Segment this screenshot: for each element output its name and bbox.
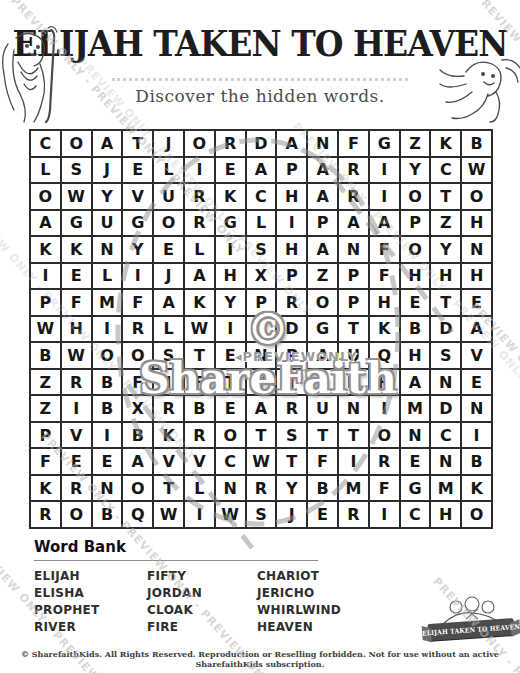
grid-cell-r7c4[interactable]: F [121, 288, 152, 315]
grid-cell-r11c4[interactable]: X [121, 394, 152, 421]
grid-cell-r6c1[interactable]: I [29, 262, 60, 289]
grid-cell-r14c10[interactable]: B [306, 474, 337, 501]
grid-cell-r11c2[interactable]: I [60, 394, 91, 421]
grid-cell-r9c4[interactable]: O [121, 341, 152, 368]
grid-cell-r4c8[interactable]: L [245, 209, 276, 236]
grid-cell-r6c5[interactable]: J [152, 262, 183, 289]
word-bank-item-elisha: ELISHA [34, 585, 100, 602]
grid-cell-r6c4[interactable]: I [121, 262, 152, 289]
grid-cell-r12c14[interactable]: C [429, 421, 460, 448]
sharefaith-lesson-badge: ELIJAH TAKEN TO HEAVEN [426, 595, 518, 653]
grid-cell-r3c5[interactable]: U [152, 182, 183, 209]
grid-cell-r15c7[interactable]: W [214, 500, 245, 527]
grid-cell-r8c9[interactable]: D [275, 315, 306, 342]
grid-cell-r14c1[interactable]: K [29, 474, 60, 501]
grid-cell-r7c10[interactable]: O [306, 288, 337, 315]
grid-cell-r15c9[interactable]: J [275, 500, 306, 527]
grid-cell-r12c13[interactable]: N [399, 421, 430, 448]
grid-cell-r15c13[interactable]: C [399, 500, 430, 527]
grid-cell-r3c12[interactable]: I [368, 182, 399, 209]
grid-cell-r8c12[interactable]: K [368, 315, 399, 342]
word-bank-item-jericho: JERICHO [257, 585, 341, 602]
grid-cell-r4c5[interactable]: O [152, 209, 183, 236]
grid-cell-r13c1[interactable]: F [29, 447, 60, 474]
grid-cell-r14c9[interactable]: Y [275, 474, 306, 501]
grid-cell-r14c15[interactable]: K [460, 474, 491, 501]
grid-cell-r1c4[interactable]: T [121, 129, 152, 156]
grid-cell-r7c5[interactable]: A [152, 288, 183, 315]
grid-cell-r6c14[interactable]: H [429, 262, 460, 289]
grid-cell-r12c1[interactable]: P [29, 421, 60, 448]
grid-cell-r10c10[interactable]: C [306, 368, 337, 395]
grid-cell-r11c13[interactable]: M [399, 394, 430, 421]
grid-cell-r9c1[interactable]: B [29, 341, 60, 368]
grid-cell-r1c15[interactable]: B [460, 129, 491, 156]
grid-cell-r14c5[interactable]: T [152, 474, 183, 501]
grid-cell-r8c3[interactable]: I [91, 315, 122, 342]
grid-cell-r7c3[interactable]: M [91, 288, 122, 315]
grid-cell-r4c10[interactable]: P [306, 209, 337, 236]
grid-cell-r15c1[interactable]: R [29, 500, 60, 527]
grid-cell-r3c13[interactable]: O [399, 182, 430, 209]
grid-cell-r1c9[interactable]: A [275, 129, 306, 156]
grid-cell-r7c13[interactable]: E [399, 288, 430, 315]
grid-cell-r4c12[interactable]: A [368, 209, 399, 236]
word-bank-item-whirlwind: WHIRLWIND [257, 602, 341, 619]
grid-cell-r6c6[interactable]: A [183, 262, 214, 289]
grid-cell-r8c6[interactable]: W [183, 315, 214, 342]
grid-cell-r7c2[interactable]: F [60, 288, 91, 315]
grid-cell-r12c10[interactable]: T [306, 421, 337, 448]
grid-cell-r6c7[interactable]: H [214, 262, 245, 289]
grid-cell-r11c8[interactable]: A [245, 394, 276, 421]
grid-cell-r11c3[interactable]: B [91, 394, 122, 421]
word-bank-column-3: CHARIOTJERICHOWHIRLWINDHEAVEN [257, 568, 341, 636]
grid-cell-r4c11[interactable]: A [337, 209, 368, 236]
grid-cell-r8c15[interactable]: A [460, 315, 491, 342]
word-bank-item-fire: FIRE [147, 619, 202, 636]
grid-cell-r2c2[interactable]: S [60, 156, 91, 183]
grid-cell-r5c15[interactable]: N [460, 235, 491, 262]
grid-cell-r15c11[interactable]: R [337, 500, 368, 527]
grid-cell-r10c1[interactable]: Z [29, 368, 60, 395]
grid-cell-r6c9[interactable]: P [275, 262, 306, 289]
grid-cell-r2c4[interactable]: E [121, 156, 152, 183]
grid-cell-r11c10[interactable]: U [306, 394, 337, 421]
grid-cell-r2c9[interactable]: P [275, 156, 306, 183]
word-search-grid: COATJORDANFGZKBLSJELIEAPARIYCWOWYVURKCHA… [29, 129, 493, 529]
grid-cell-r7c11[interactable]: P [337, 288, 368, 315]
grid-cell-r1c7[interactable]: R [214, 129, 245, 156]
grid-cell-r7c15[interactable]: E [460, 288, 491, 315]
word-bank-heading: Word Bank [34, 538, 126, 556]
grid-cell-r14c13[interactable]: G [399, 474, 430, 501]
grid-cell-r13c15[interactable]: B [460, 447, 491, 474]
grid-cell-r3c4[interactable]: V [121, 182, 152, 209]
grid-cell-r10c7[interactable]: T [214, 368, 245, 395]
grid-cell-r8c2[interactable]: H [60, 315, 91, 342]
grid-cell-r9c5[interactable]: S [152, 341, 183, 368]
grid-cell-r5c14[interactable]: Y [429, 235, 460, 262]
grid-cell-r5c12[interactable]: F [368, 235, 399, 262]
grid-cell-r7c12[interactable]: H [368, 288, 399, 315]
grid-cell-r2c14[interactable]: C [429, 156, 460, 183]
grid-cell-r3c2[interactable]: W [60, 182, 91, 209]
grid-cell-r11c15[interactable]: N [460, 394, 491, 421]
grid-cell-r15c5[interactable]: W [152, 500, 183, 527]
grid-cell-r10c14[interactable]: N [429, 368, 460, 395]
grid-cell-r9c9[interactable]: P [275, 341, 306, 368]
grid-cell-r8c10[interactable]: G [306, 315, 337, 342]
grid-cell-r14c6[interactable]: L [183, 474, 214, 501]
grid-cell-r3c11[interactable]: R [337, 182, 368, 209]
grid-cell-r15c6[interactable]: I [183, 500, 214, 527]
grid-cell-r8c1[interactable]: W [29, 315, 60, 342]
grid-cell-r5c7[interactable]: I [214, 235, 245, 262]
grid-cell-r3c7[interactable]: K [214, 182, 245, 209]
grid-cell-r8c11[interactable]: T [337, 315, 368, 342]
grid-cell-r13c2[interactable]: E [60, 447, 91, 474]
grid-cell-r9c8[interactable]: N [245, 341, 276, 368]
grid-cell-r14c11[interactable]: M [337, 474, 368, 501]
grid-cell-r2c10[interactable]: A [306, 156, 337, 183]
grid-cell-r2c6[interactable]: I [183, 156, 214, 183]
word-bank-item-chariot: CHARIOT [257, 568, 341, 585]
grid-cell-r9c7[interactable]: E [214, 341, 245, 368]
grid-cell-r12c15[interactable]: I [460, 421, 491, 448]
grid-cell-r15c2[interactable]: O [60, 500, 91, 527]
grid-cell-r1c3[interactable]: A [91, 129, 122, 156]
grid-cell-r3c10[interactable]: A [306, 182, 337, 209]
elijah-right-illustration [436, 42, 520, 124]
grid-cell-r14c7[interactable]: N [214, 474, 245, 501]
grid-cell-r8c8[interactable]: N [245, 315, 276, 342]
grid-cell-r15c12[interactable]: I [368, 500, 399, 527]
word-bank-item-cloak: CLOAK [147, 602, 202, 619]
grid-cell-r6c3[interactable]: L [91, 262, 122, 289]
grid-cell-r7c6[interactable]: K [183, 288, 214, 315]
grid-cell-r5c11[interactable]: N [337, 235, 368, 262]
grid-cell-r7c14[interactable]: T [429, 288, 460, 315]
grid-cell-r15c3[interactable]: B [91, 500, 122, 527]
grid-cell-r5c5[interactable]: E [152, 235, 183, 262]
grid-cell-r3c14[interactable]: T [429, 182, 460, 209]
grid-cell-r2c7[interactable]: E [214, 156, 245, 183]
grid-cell-r6c11[interactable]: P [337, 262, 368, 289]
grid-cell-r6c12[interactable]: F [368, 262, 399, 289]
grid-cell-r10c6[interactable]: F [183, 368, 214, 395]
grid-cell-r5c3[interactable]: N [91, 235, 122, 262]
grid-cell-r10c4[interactable]: F [121, 368, 152, 395]
grid-cell-r10c9[interactable]: T [275, 368, 306, 395]
grid-cell-r7c7[interactable]: Y [214, 288, 245, 315]
grid-cell-r5c10[interactable]: A [306, 235, 337, 262]
grid-cell-r9c14[interactable]: S [429, 341, 460, 368]
grid-cell-r13c13[interactable]: E [399, 447, 430, 474]
grid-cell-r1c6[interactable]: O [183, 129, 214, 156]
grid-cell-r8c4[interactable]: R [121, 315, 152, 342]
grid-cell-r13c9[interactable]: T [275, 447, 306, 474]
grid-cell-r13c7[interactable]: C [214, 447, 245, 474]
word-bank-column-2: FIFTYJORDANCLOAKFIRE [147, 568, 202, 636]
word-bank-item-elijah: ELIJAH [34, 568, 100, 585]
grid-cell-r3c8[interactable]: C [245, 182, 276, 209]
grid-cell-r12c6[interactable]: R [183, 421, 214, 448]
grid-cell-r1c14[interactable]: K [429, 129, 460, 156]
grid-cell-r4c2[interactable]: G [60, 209, 91, 236]
grid-cell-r13c8[interactable]: W [245, 447, 276, 474]
grid-cell-r11c1[interactable]: Z [29, 394, 60, 421]
word-bank-column-1: ELIJAHELISHAPROPHETRIVER [34, 568, 100, 636]
grid-cell-r12c8[interactable]: T [245, 421, 276, 448]
grid-cell-r9c3[interactable]: O [91, 341, 122, 368]
grid-cell-r2c12[interactable]: I [368, 156, 399, 183]
grid-cell-r10c15[interactable]: E [460, 368, 491, 395]
grid-cell-r9c11[interactable]: U [337, 341, 368, 368]
grid-cell-r11c9[interactable]: R [275, 394, 306, 421]
grid-cell-r3c1[interactable]: O [29, 182, 60, 209]
grid-cell-r13c11[interactable]: I [337, 447, 368, 474]
grid-cell-r13c14[interactable]: N [429, 447, 460, 474]
grid-cell-r2c8[interactable]: A [245, 156, 276, 183]
grid-cell-r6c8[interactable]: X [245, 262, 276, 289]
grid-cell-r1c11[interactable]: F [337, 129, 368, 156]
grid-cell-r11c5[interactable]: R [152, 394, 183, 421]
grid-cell-r2c1[interactable]: L [29, 156, 60, 183]
grid-cell-r8c7[interactable]: I [214, 315, 245, 342]
grid-cell-r13c3[interactable]: E [91, 447, 122, 474]
grid-cell-r2c11[interactable]: R [337, 156, 368, 183]
grid-cell-r11c6[interactable]: B [183, 394, 214, 421]
grid-cell-r3c15[interactable]: O [460, 182, 491, 209]
grid-cell-r4c15[interactable]: H [460, 209, 491, 236]
grid-cell-r9c6[interactable]: T [183, 341, 214, 368]
grid-cell-r4c1[interactable]: A [29, 209, 60, 236]
word-bank-item-prophet: PROPHET [34, 602, 100, 619]
grid-cell-r1c13[interactable]: Z [399, 129, 430, 156]
grid-cell-r3c3[interactable]: Y [91, 182, 122, 209]
grid-cell-r5c4[interactable]: Y [121, 235, 152, 262]
grid-cell-r6c10[interactable]: Z [306, 262, 337, 289]
word-bank-item-river: RIVER [34, 619, 100, 636]
grid-cell-r12c4[interactable]: B [121, 421, 152, 448]
grid-cell-r5c1[interactable]: K [29, 235, 60, 262]
grid-cell-r15c10[interactable]: E [306, 500, 337, 527]
grid-cell-r4c13[interactable]: P [399, 209, 430, 236]
grid-cell-r4c9[interactable]: I [275, 209, 306, 236]
badge-label: ELIJAH TAKEN TO HEAVEN [422, 622, 520, 637]
grid-cell-r4c4[interactable]: G [121, 209, 152, 236]
grid-cell-r14c12[interactable]: F [368, 474, 399, 501]
grid-cell-r12c2[interactable]: V [60, 421, 91, 448]
grid-cell-r5c13[interactable]: O [399, 235, 430, 262]
grid-cell-r15c15[interactable]: O [460, 500, 491, 527]
grid-cell-r9c10[interactable]: A [306, 341, 337, 368]
grid-cell-r1c10[interactable]: N [306, 129, 337, 156]
grid-cell-r12c9[interactable]: S [275, 421, 306, 448]
grid-cell-r10c8[interactable]: Y [245, 368, 276, 395]
grid-cell-r7c1[interactable]: P [29, 288, 60, 315]
grid-cell-r14c2[interactable]: R [60, 474, 91, 501]
grid-cell-r8c13[interactable]: B [399, 315, 430, 342]
grid-cell-r3c9[interactable]: H [275, 182, 306, 209]
grid-cell-r1c1[interactable]: C [29, 129, 60, 156]
grid-cell-r11c11[interactable]: N [337, 394, 368, 421]
word-bank-divider [34, 560, 318, 561]
grid-cell-r7c8[interactable]: P [245, 288, 276, 315]
grid-cell-r14c3[interactable]: N [91, 474, 122, 501]
grid-cell-r3c6[interactable]: R [183, 182, 214, 209]
grid-cell-r4c14[interactable]: Z [429, 209, 460, 236]
grid-cell-r2c15[interactable]: W [460, 156, 491, 183]
grid-cell-r13c12[interactable]: R [368, 447, 399, 474]
grid-cell-r10c11[interactable]: D [337, 368, 368, 395]
grid-cell-r10c3[interactable]: B [91, 368, 122, 395]
grid-cell-r6c13[interactable]: H [399, 262, 430, 289]
grid-cell-r10c13[interactable]: A [399, 368, 430, 395]
grid-cell-r5c2[interactable]: K [60, 235, 91, 262]
grid-cell-r7c9[interactable]: R [275, 288, 306, 315]
grid-cell-r6c2[interactable]: E [60, 262, 91, 289]
grid-cell-r13c4[interactable]: A [121, 447, 152, 474]
grid-cell-r12c5[interactable]: K [152, 421, 183, 448]
grid-cell-r10c12[interactable]: H [368, 368, 399, 395]
grid-cell-r10c5[interactable]: I [152, 368, 183, 395]
grid-cell-r1c8[interactable]: D [245, 129, 276, 156]
grid-cell-r9c15[interactable]: V [460, 341, 491, 368]
grid-cell-r5c6[interactable]: L [183, 235, 214, 262]
grid-cell-r1c5[interactable]: J [152, 129, 183, 156]
grid-cell-r9c12[interactable]: Q [368, 341, 399, 368]
grid-cell-r8c14[interactable]: D [429, 315, 460, 342]
grid-cell-r15c8[interactable]: S [245, 500, 276, 527]
grid-cell-r11c7[interactable]: E [214, 394, 245, 421]
grid-cell-r14c4[interactable]: O [121, 474, 152, 501]
elijah-left-illustration [0, 20, 78, 124]
grid-cell-r1c12[interactable]: G [368, 129, 399, 156]
grid-cell-r10c2[interactable]: R [60, 368, 91, 395]
grid-cell-r15c14[interactable]: H [429, 500, 460, 527]
grid-cell-r12c7[interactable]: O [214, 421, 245, 448]
word-bank-item-fifty: FIFTY [147, 568, 202, 585]
grid-cell-r6c15[interactable]: H [460, 262, 491, 289]
grid-cell-r12c11[interactable]: T [337, 421, 368, 448]
grid-cell-r13c10[interactable]: F [306, 447, 337, 474]
grid-cell-r4c3[interactable]: U [91, 209, 122, 236]
grid-cell-r8c5[interactable]: L [152, 315, 183, 342]
grid-cell-r13c5[interactable]: V [152, 447, 183, 474]
grid-cell-r14c14[interactable]: M [429, 474, 460, 501]
grid-cell-r14c8[interactable]: R [245, 474, 276, 501]
grid-cell-r4c6[interactable]: R [183, 209, 214, 236]
word-bank-item-jordan: JORDAN [147, 585, 202, 602]
grid-cell-r4c7[interactable]: G [214, 209, 245, 236]
grid-cell-r9c13[interactable]: H [399, 341, 430, 368]
grid-cell-r2c5[interactable]: L [152, 156, 183, 183]
grid-cell-r2c13[interactable]: Y [399, 156, 430, 183]
grid-cell-r13c6[interactable]: V [183, 447, 214, 474]
grid-cell-r12c3[interactable]: I [91, 421, 122, 448]
grid-cell-r11c12[interactable]: I [368, 394, 399, 421]
grid-cell-r1c2[interactable]: O [60, 129, 91, 156]
grid-cell-r5c8[interactable]: S [245, 235, 276, 262]
grid-cell-r9c2[interactable]: W [60, 341, 91, 368]
grid-cell-r5c9[interactable]: H [275, 235, 306, 262]
grid-cell-r11c14[interactable]: D [429, 394, 460, 421]
word-bank-item-heaven: HEAVEN [257, 619, 341, 636]
title-divider [112, 78, 408, 81]
grid-cell-r2c3[interactable]: J [91, 156, 122, 183]
grid-cell-r15c4[interactable]: Q [121, 500, 152, 527]
grid-cell-r12c12[interactable]: O [368, 421, 399, 448]
